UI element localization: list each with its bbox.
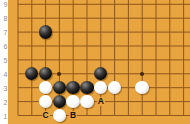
row-coordinate-7: 7	[0, 29, 8, 36]
board-point-H9[interactable]	[108, 0, 122, 11]
board-point-B6[interactable]	[25, 39, 39, 53]
black-stone-B4	[25, 67, 38, 80]
board-point-J4[interactable]	[121, 67, 135, 81]
move-label-C[interactable]: C	[42, 111, 50, 120]
go-board[interactable]: ACB	[8, 0, 190, 124]
board-point-C4[interactable]	[39, 67, 53, 81]
board-point-J7[interactable]	[121, 25, 135, 39]
board-point-D3[interactable]	[52, 81, 66, 95]
row-coordinate-6: 6	[0, 43, 8, 50]
board-point-G2[interactable]: A	[94, 95, 108, 109]
board-point-K3[interactable]	[135, 81, 149, 95]
board-point-G6[interactable]	[94, 39, 108, 53]
star-point-K4	[140, 72, 144, 76]
board-point-F4[interactable]	[80, 67, 94, 81]
board-point-F3[interactable]	[80, 81, 94, 95]
board-point-B1[interactable]	[25, 108, 39, 122]
board-point-J1[interactable]	[121, 108, 135, 122]
board-point-B7[interactable]	[25, 25, 39, 39]
row-coordinate-5: 5	[0, 56, 8, 63]
board-point-H3[interactable]	[108, 81, 122, 95]
board-point-H6[interactable]	[108, 39, 122, 53]
black-stone-D3	[53, 81, 66, 94]
board-point-D4[interactable]	[52, 67, 66, 81]
board-point-J8[interactable]	[121, 11, 135, 25]
board-point-N8[interactable]	[177, 11, 190, 25]
board-point-L2[interactable]	[149, 95, 163, 109]
board-point-B3[interactable]	[25, 81, 39, 95]
board-point-C3[interactable]	[39, 81, 53, 95]
board-point-M4[interactable]	[163, 67, 177, 81]
board-point-L5[interactable]	[149, 53, 163, 67]
board-point-F9[interactable]	[80, 0, 94, 11]
board-point-N6[interactable]	[177, 39, 190, 53]
board-point-A2[interactable]	[11, 95, 25, 109]
board-point-F6[interactable]	[80, 39, 94, 53]
board-point-B8[interactable]	[25, 11, 39, 25]
board-point-H8[interactable]	[108, 11, 122, 25]
board-point-D8[interactable]	[52, 11, 66, 25]
board-point-K4[interactable]	[135, 67, 149, 81]
board-point-D2[interactable]	[52, 95, 66, 109]
board-point-D1[interactable]	[52, 108, 66, 122]
row-coordinate-3: 3	[0, 84, 8, 91]
black-stone-D2	[53, 95, 66, 108]
board-point-F2[interactable]	[80, 95, 94, 109]
move-label-A[interactable]: A	[97, 97, 105, 106]
board-point-C2[interactable]	[39, 95, 53, 109]
board-point-A1[interactable]	[11, 108, 25, 122]
white-stone-H3	[108, 81, 121, 94]
board-point-K9[interactable]	[135, 0, 149, 11]
board-point-E7[interactable]	[66, 25, 80, 39]
black-stone-F3	[80, 81, 93, 94]
board-point-A8[interactable]	[11, 11, 25, 25]
board-grid: ACB	[11, 0, 190, 122]
board-point-F8[interactable]	[80, 11, 94, 25]
row-coordinate-2: 2	[0, 98, 8, 105]
white-stone-F2	[80, 95, 93, 108]
board-point-C9[interactable]	[39, 0, 53, 11]
board-point-G5[interactable]	[94, 53, 108, 67]
board-point-L7[interactable]	[149, 25, 163, 39]
board-point-E4[interactable]	[66, 67, 80, 81]
board-point-E3[interactable]	[66, 81, 80, 95]
board-point-H2[interactable]	[108, 95, 122, 109]
board-point-G8[interactable]	[94, 11, 108, 25]
row-coordinate-8: 8	[0, 15, 8, 22]
board-point-C8[interactable]	[39, 11, 53, 25]
board-point-J3[interactable]	[121, 81, 135, 95]
board-point-B5[interactable]	[25, 53, 39, 67]
board-point-A3[interactable]	[11, 81, 25, 95]
white-stone-K3	[135, 81, 148, 94]
board-point-H1[interactable]	[108, 108, 122, 122]
board-point-E5[interactable]	[66, 53, 80, 67]
board-point-K6[interactable]	[135, 39, 149, 53]
board-point-C1[interactable]: C	[39, 108, 53, 122]
board-point-M9[interactable]	[163, 0, 177, 11]
board-point-A6[interactable]	[11, 39, 25, 53]
board-point-K5[interactable]	[135, 53, 149, 67]
board-point-H4[interactable]	[108, 67, 122, 81]
board-point-L8[interactable]	[149, 11, 163, 25]
board-point-A7[interactable]	[11, 25, 25, 39]
board-point-M6[interactable]	[163, 39, 177, 53]
board-point-E6[interactable]	[66, 39, 80, 53]
board-point-L3[interactable]	[149, 81, 163, 95]
white-stone-C3	[39, 81, 52, 94]
board-point-C7[interactable]	[39, 25, 53, 39]
board-point-K2[interactable]	[135, 95, 149, 109]
board-point-D9[interactable]	[52, 0, 66, 11]
board-point-E8[interactable]	[66, 11, 80, 25]
board-point-N5[interactable]	[177, 53, 190, 67]
black-stone-G4	[94, 67, 107, 80]
white-stone-C2	[39, 95, 52, 108]
board-point-M5[interactable]	[163, 53, 177, 67]
board-point-M3[interactable]	[163, 81, 177, 95]
board-point-E1[interactable]: B	[66, 108, 80, 122]
white-stone-G3	[94, 81, 107, 94]
board-point-L6[interactable]	[149, 39, 163, 53]
board-point-H7[interactable]	[108, 25, 122, 39]
board-point-F1[interactable]	[80, 108, 94, 122]
board-point-D6[interactable]	[52, 39, 66, 53]
move-label-B[interactable]: B	[69, 111, 77, 120]
board-point-N3[interactable]	[177, 81, 190, 95]
star-point-D4	[57, 72, 61, 76]
board-point-M1[interactable]	[163, 108, 177, 122]
board-point-M8[interactable]	[163, 11, 177, 25]
board-point-B9[interactable]	[25, 0, 39, 11]
board-point-J2[interactable]	[121, 95, 135, 109]
white-stone-D1	[53, 109, 66, 122]
black-stone-C7	[39, 25, 52, 38]
board-point-N1[interactable]	[177, 108, 190, 122]
board-point-C6[interactable]	[39, 39, 53, 53]
board-point-M7[interactable]	[163, 25, 177, 39]
board-point-J6[interactable]	[121, 39, 135, 53]
board-point-C5[interactable]	[39, 53, 53, 67]
row-coordinates: 987654321	[0, 0, 8, 124]
board-point-L9[interactable]	[149, 0, 163, 11]
board-point-K8[interactable]	[135, 11, 149, 25]
board-point-N2[interactable]	[177, 95, 190, 109]
board-point-F5[interactable]	[80, 53, 94, 67]
board-point-E2[interactable]	[66, 95, 80, 109]
board-point-M2[interactable]	[163, 95, 177, 109]
board-point-N4[interactable]	[177, 67, 190, 81]
board-point-F7[interactable]	[80, 25, 94, 39]
row-coordinate-1: 1	[0, 112, 8, 119]
board-point-K1[interactable]	[135, 108, 149, 122]
black-stone-C4	[39, 67, 52, 80]
board-point-K7[interactable]	[135, 25, 149, 39]
board-point-G3[interactable]	[94, 81, 108, 95]
board-point-N9[interactable]	[177, 0, 190, 11]
board-point-A5[interactable]	[11, 53, 25, 67]
board-point-A4[interactable]	[11, 67, 25, 81]
board-point-B2[interactable]	[25, 95, 39, 109]
board-point-J5[interactable]	[121, 53, 135, 67]
board-point-D5[interactable]	[52, 53, 66, 67]
board-point-E9[interactable]	[66, 0, 80, 11]
board-point-D7[interactable]	[52, 25, 66, 39]
board-point-G7[interactable]	[94, 25, 108, 39]
black-stone-E3	[66, 81, 79, 94]
board-point-N7[interactable]	[177, 25, 190, 39]
white-stone-E2	[66, 95, 79, 108]
board-point-G9[interactable]	[94, 0, 108, 11]
row-coordinate-4: 4	[0, 70, 8, 77]
board-point-G4[interactable]	[94, 67, 108, 81]
board-point-L1[interactable]	[149, 108, 163, 122]
go-board-diagram: 987654321 ACB	[0, 0, 190, 124]
board-point-L4[interactable]	[149, 67, 163, 81]
board-point-H5[interactable]	[108, 53, 122, 67]
row-coordinate-9: 9	[0, 1, 8, 8]
board-point-A9[interactable]	[11, 0, 25, 11]
board-point-G1[interactable]	[94, 108, 108, 122]
board-point-J9[interactable]	[121, 0, 135, 11]
board-point-B4[interactable]	[25, 67, 39, 81]
